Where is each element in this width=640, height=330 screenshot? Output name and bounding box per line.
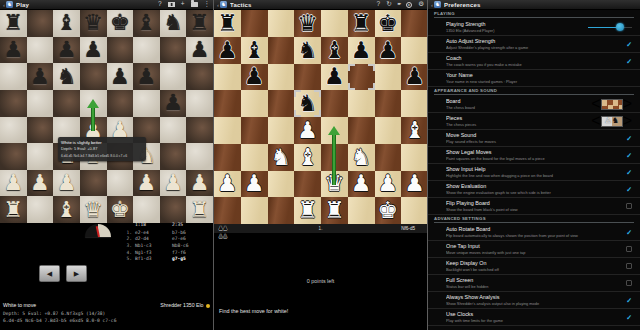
square-a3[interactable] xyxy=(214,144,241,171)
square-f2[interactable]: ♟ xyxy=(133,170,160,197)
play-circle-icon[interactable]: ▸ xyxy=(406,2,412,8)
square-g8[interactable]: ♞ xyxy=(160,10,187,37)
square-b1[interactable] xyxy=(241,197,268,224)
checkbox-unchecked-icon[interactable] xyxy=(626,263,632,269)
square-f8[interactable]: ♝ xyxy=(133,10,160,37)
square-e5[interactable] xyxy=(321,90,348,117)
pref-title: Playing Strength xyxy=(446,21,584,28)
black-king-e8[interactable]: ♚ xyxy=(110,12,130,34)
pref-subtitle: 1350 Elo (Advanced Player) xyxy=(446,28,584,33)
play-screen: ‹ ♞ Play ?+⋮ ♜♝♛♚♝♞♜♟♟♟♟♟♞♟♟♟♟♟♞♝♞♟♟♟♟♟♟… xyxy=(0,0,213,330)
captured-black-pawns: ♟♟ xyxy=(218,225,227,231)
square-g4[interactable] xyxy=(375,117,402,144)
play-toolbar-icons: ?+⋮ xyxy=(152,1,210,8)
black-bishop-b7[interactable]: ♝ xyxy=(244,39,265,62)
square-a4[interactable] xyxy=(0,117,27,144)
square-b3[interactable] xyxy=(241,144,268,171)
checkbox-checked-icon[interactable]: ✓ xyxy=(626,58,632,65)
move-list: 1.e2-e4b7-b62.d2-d4e7-e63.Nb1-c3Nb8-c64.… xyxy=(119,230,211,263)
square-e6[interactable]: ♟ xyxy=(107,63,134,90)
square-b4[interactable] xyxy=(241,117,268,144)
black-bishop-c8[interactable]: ♝ xyxy=(57,12,77,34)
square-a4[interactable] xyxy=(214,117,241,144)
square-c2[interactable]: ♟ xyxy=(53,170,80,197)
black-pawn-b6[interactable]: ♟ xyxy=(244,65,265,88)
tactics-screen: ‹ ♞ Tactics ?↻▸▸▸⚙ ♜♛♜♚♟♝♞♝♟♟♟♟♟♞♟♝♞♝♞♟♟… xyxy=(213,0,427,330)
pref-title: Auto Rotate Board xyxy=(446,226,622,233)
white-knight-f3[interactable]: ♞ xyxy=(351,146,372,169)
square-e8[interactable]: ♚ xyxy=(107,10,134,37)
white-rook-a1[interactable]: ♜ xyxy=(3,199,23,221)
black-pawn-e6[interactable]: ♟ xyxy=(324,65,345,88)
white-rook-d1[interactable]: ♜ xyxy=(297,199,318,222)
checkbox-checked-icon[interactable]: ✓ xyxy=(626,297,632,304)
picker-right-chevron[interactable]: > xyxy=(623,95,632,113)
settings-gear-icon[interactable]: ⚙ xyxy=(418,1,424,8)
preferences-screen: ‹ ♞ Preferences PLAYINGPlaying Strength1… xyxy=(427,0,640,330)
pref-keep-display-on[interactable]: Keep Display OnBacklight won't be switch… xyxy=(428,258,640,275)
pref-auto-adjust-strength[interactable]: Auto Adjust StrengthAdjust Shredder's pl… xyxy=(428,36,640,53)
white-pawn-c2[interactable]: ♟ xyxy=(57,172,77,194)
square-h6[interactable] xyxy=(186,63,213,90)
square-d8[interactable]: ♛ xyxy=(294,10,321,37)
white-pawn-a2[interactable]: ♟ xyxy=(3,172,23,194)
checkbox-unchecked-icon[interactable] xyxy=(626,203,632,209)
white-pawn-g2[interactable]: ♟ xyxy=(163,172,183,194)
square-a3[interactable] xyxy=(0,143,27,170)
app-logo-icon: ♞ xyxy=(434,1,441,8)
play-topbar: ‹ ♞ Play ?+⋮ xyxy=(0,0,213,10)
square-b5[interactable] xyxy=(27,90,54,117)
pref-title: Show Input Help xyxy=(446,166,622,173)
square-h4[interactable]: ♝ xyxy=(401,117,427,144)
square-b5[interactable] xyxy=(241,90,268,117)
square-g5[interactable]: ♟ xyxy=(160,90,187,117)
help-icon[interactable]: ? xyxy=(158,1,162,8)
pref-subtitle: Show the board from black's point of vie… xyxy=(446,207,622,212)
last-move-label: Nf6-d5 xyxy=(401,226,415,231)
board-theme-preview[interactable] xyxy=(601,99,623,110)
hint-arrow-d4-d5 xyxy=(86,99,100,131)
tactics-chessboard[interactable]: ♜♛♜♚♟♝♞♝♟♟♟♟♟♞♟♝♞♝♞♟♟♛♟♟♟♜♜♚ xyxy=(214,10,427,224)
square-h1[interactable] xyxy=(401,197,427,224)
square-d1[interactable]: ♜ xyxy=(294,197,321,224)
square-g6[interactable] xyxy=(160,63,187,90)
square-a1[interactable]: ♜ xyxy=(0,196,27,223)
square-b7[interactable]: ♝ xyxy=(241,37,268,64)
square-g1[interactable]: ♚ xyxy=(375,197,402,224)
black-bishop-e7[interactable]: ♝ xyxy=(324,39,345,62)
square-a5[interactable] xyxy=(0,90,27,117)
square-a8[interactable]: ♜ xyxy=(214,10,241,37)
pref-subtitle: Paint squares on the board for the legal… xyxy=(446,156,622,161)
tooltip-evaluation-text: White is slightly better xyxy=(61,139,143,146)
white-pawn-b2[interactable]: ♟ xyxy=(30,172,50,194)
white-bishop-h4[interactable]: ♝ xyxy=(404,119,425,142)
black-clock: 2:35 xyxy=(172,222,206,229)
puzzle-prompt: Find the best move for white! xyxy=(219,308,288,314)
pref-subtitle: The chess pieces xyxy=(446,122,587,127)
square-d8[interactable]: ♛ xyxy=(80,10,107,37)
pref-show-legal-moves[interactable]: Show Legal MovesPaint squares on the boa… xyxy=(428,147,640,164)
help-icon[interactable]: ? xyxy=(377,1,381,8)
pref-full-screen[interactable]: Full ScreenStatus bar will be hidden xyxy=(428,275,640,292)
pref-board[interactable]: BoardThe chess board<> xyxy=(428,96,640,113)
square-e6[interactable]: ♟ xyxy=(321,64,348,91)
black-queen-d8[interactable]: ♛ xyxy=(297,12,318,35)
slider-knob[interactable] xyxy=(616,23,624,31)
square-h3[interactable] xyxy=(401,144,427,171)
pref-auto-rotate-board[interactable]: Auto Rotate BoardFlip board automaticall… xyxy=(428,224,640,241)
checkbox-checked-icon[interactable]: ✓ xyxy=(626,152,632,159)
pref-title: Your Name xyxy=(446,72,628,79)
square-d7[interactable]: ♞ xyxy=(294,37,321,64)
square-a8[interactable]: ♜ xyxy=(0,10,27,37)
black-pawn-c7[interactable]: ♟ xyxy=(57,39,77,61)
checkbox-checked-icon[interactable]: ✓ xyxy=(626,135,632,142)
engine-strength-label: Shredder 1350 Elo xyxy=(160,302,203,310)
hint-arrow-e2-e4 xyxy=(327,126,341,185)
white-pawn-d4[interactable]: ♟ xyxy=(297,119,318,142)
tactics-move-strip: 1. Nf6-d5 xyxy=(214,224,427,233)
black-queen-d8[interactable]: ♛ xyxy=(83,12,103,34)
move-row-2.[interactable]: 2.d2-d4e7-e6 xyxy=(119,236,211,243)
move-row-3.[interactable]: 3.Nb1-c3Nb8-c6 xyxy=(119,243,211,250)
square-a7[interactable]: ♟ xyxy=(214,37,241,64)
square-c2[interactable] xyxy=(268,171,295,198)
pref-subtitle: Backlight won't be switched off xyxy=(446,267,622,272)
black-pawn-a7[interactable]: ♟ xyxy=(217,39,238,62)
fast-forward-icon[interactable]: ▸▸ xyxy=(398,2,401,7)
square-c8[interactable]: ♝ xyxy=(53,10,80,37)
square-f7[interactable]: ♟ xyxy=(348,37,375,64)
square-f1[interactable] xyxy=(348,197,375,224)
square-d4[interactable]: ♟ xyxy=(294,117,321,144)
play-chessboard[interactable]: ♜♝♛♚♝♞♜♟♟♟♟♟♞♟♟♟♟♟♞♝♞♟♟♟♟♟♟♜♝♛♚♜ xyxy=(0,10,213,223)
square-b6[interactable]: ♟ xyxy=(241,64,268,91)
white-knight-c3[interactable]: ♞ xyxy=(271,146,292,169)
square-g5[interactable] xyxy=(375,90,402,117)
square-h3[interactable] xyxy=(186,143,213,170)
move-number: 1. xyxy=(319,226,323,231)
white-bishop-c1[interactable]: ♝ xyxy=(57,199,77,221)
square-d2[interactable] xyxy=(80,170,107,197)
square-b8[interactable] xyxy=(27,10,54,37)
square-c1[interactable]: ♝ xyxy=(53,196,80,223)
pref-flip-playing-board[interactable]: Flip Playing BoardShow the board from bl… xyxy=(428,198,640,215)
next-move-button[interactable]: ▶ xyxy=(66,265,87,282)
analysis-line: Depth: 5 Eval: +0.87 6.Nf3xg5 (14/38) xyxy=(3,310,210,317)
square-c5[interactable] xyxy=(268,90,295,117)
square-a1[interactable] xyxy=(214,197,241,224)
square-f6[interactable]: ♟ xyxy=(133,63,160,90)
white-pawn-f2[interactable]: ♟ xyxy=(351,172,372,195)
square-f7[interactable] xyxy=(133,37,160,64)
square-a2[interactable]: ♟ xyxy=(0,170,27,197)
checkbox-unchecked-icon[interactable] xyxy=(626,280,632,286)
black-rook-a8[interactable]: ♜ xyxy=(3,12,23,34)
square-h4[interactable] xyxy=(186,117,213,144)
square-e7[interactable] xyxy=(107,37,134,64)
square-d3[interactable]: ♝ xyxy=(294,144,321,171)
square-c1[interactable] xyxy=(268,197,295,224)
black-pawn-b6[interactable]: ♟ xyxy=(30,66,50,88)
pref-title: Board xyxy=(446,98,587,105)
square-d6[interactable] xyxy=(294,64,321,91)
turn-indicator: White to move xyxy=(3,302,36,310)
square-c7[interactable]: ♟ xyxy=(53,37,80,64)
square-g3[interactable] xyxy=(160,143,187,170)
section-header: PLAYING xyxy=(428,10,640,19)
back-chevron-icon[interactable]: ‹ xyxy=(3,2,5,8)
square-h7[interactable] xyxy=(401,37,427,64)
clock-and-movelist: 1:18 2:35 1.e2-e4b7-b62.d2-d4e7-e63.Nb1-… xyxy=(119,222,211,263)
square-g1[interactable] xyxy=(160,196,187,223)
pref-title: Always Show Analysis xyxy=(446,294,622,301)
white-queen-d1[interactable]: ♛ xyxy=(83,199,103,221)
square-d2[interactable] xyxy=(294,171,321,198)
pref-title: Show Legal Moves xyxy=(446,149,622,156)
square-c4[interactable] xyxy=(268,117,295,144)
move-row-4.[interactable]: 4.Ng1-f3f7-f6 xyxy=(119,250,211,257)
highlight-square-f6 xyxy=(348,64,375,91)
black-knight-c6[interactable]: ♞ xyxy=(57,66,77,88)
clock-row: 1:18 2:35 xyxy=(119,222,211,229)
square-h6[interactable]: ♟ xyxy=(401,64,427,91)
pieces-theme-preview[interactable]: ♙♞ xyxy=(601,116,623,127)
checkbox-checked-icon[interactable]: ✓ xyxy=(626,229,632,236)
square-b2[interactable]: ♟ xyxy=(27,170,54,197)
pref-subtitle: Adjust Shredder's playing strength after… xyxy=(446,45,622,50)
pref-title: Coach xyxy=(446,55,622,62)
analysis-tooltip: White is slightly better Depth: 5 Eval: … xyxy=(58,137,146,161)
restart-icon[interactable]: ↻ xyxy=(386,1,391,8)
preferences-topbar: ‹ ♞ Preferences xyxy=(428,0,640,10)
pref-subtitle: Highlight the line and row when dragging… xyxy=(446,173,622,178)
square-f8[interactable]: ♜ xyxy=(348,10,375,37)
square-e2[interactable] xyxy=(107,170,134,197)
black-pawn-a7[interactable]: ♟ xyxy=(3,39,23,61)
black-rook-a8[interactable]: ♜ xyxy=(217,12,238,35)
square-d1[interactable]: ♛ xyxy=(80,196,107,223)
pref-title: Pieces xyxy=(446,115,587,122)
pref-subtitle: Your name in new started games : Player xyxy=(446,79,628,84)
square-a6[interactable] xyxy=(214,64,241,91)
black-rook-h8[interactable]: ♜ xyxy=(190,12,210,34)
pref-title: Move Sound xyxy=(446,132,622,139)
points-left-label: 0 points left xyxy=(214,278,427,284)
square-g2[interactable]: ♟ xyxy=(160,170,187,197)
square-g7[interactable]: ♟ xyxy=(375,37,402,64)
section-header: ADVANCED SETTINGS xyxy=(428,215,640,224)
pref-move-sound[interactable]: Move SoundPlay sound effects for moves✓ xyxy=(428,130,640,147)
checkbox-unchecked-icon[interactable] xyxy=(626,246,632,252)
pref-show-evaluation[interactable]: Show EvaluationShow the engine evaluatio… xyxy=(428,181,640,198)
black-pawn-g7[interactable]: ♟ xyxy=(378,39,399,62)
square-f3[interactable]: ♞ xyxy=(348,144,375,171)
square-h7[interactable]: ♟ xyxy=(186,37,213,64)
pref-always-show-analysis[interactable]: Always Show AnalysisShow Shredder's anal… xyxy=(428,292,640,309)
white-bishop-d3[interactable]: ♝ xyxy=(297,146,318,169)
square-b7[interactable] xyxy=(27,37,54,64)
pref-subtitle: Flip board automatically to always shown… xyxy=(446,233,622,238)
pref-title: Use Clocks xyxy=(446,311,622,318)
white-clock: 1:18 xyxy=(135,222,169,229)
board-icon[interactable] xyxy=(168,2,175,7)
square-g2[interactable]: ♟ xyxy=(375,171,402,198)
pref-use-clocks[interactable]: Use ClocksPlay with time limits for the … xyxy=(428,309,640,326)
black-pawn-f6[interactable]: ♟ xyxy=(137,66,157,88)
black-knight-d7[interactable]: ♞ xyxy=(297,39,318,62)
pref-subtitle: Play sound effects for moves xyxy=(446,139,622,144)
black-pawn-d7[interactable]: ♟ xyxy=(83,39,103,61)
overflow-menu-icon[interactable]: ⋮ xyxy=(204,1,211,8)
white-pawn-h2[interactable]: ♟ xyxy=(404,172,425,195)
folder-icon[interactable] xyxy=(191,2,198,8)
square-c6[interactable]: ♞ xyxy=(53,63,80,90)
pref-title: Auto Adjust Strength xyxy=(446,38,622,45)
square-g8[interactable]: ♚ xyxy=(375,10,402,37)
tactics-title: Tactics xyxy=(230,2,371,8)
preferences-list: PLAYINGPlaying Strength1350 Elo (Advance… xyxy=(428,10,640,330)
pref-show-input-help[interactable]: Show Input HelpHighlight the line and ro… xyxy=(428,164,640,181)
white-pawn-a2[interactable]: ♟ xyxy=(217,172,238,195)
pref-subtitle: Play with time limits for the game xyxy=(446,318,622,323)
black-rook-f8[interactable]: ♜ xyxy=(351,12,372,35)
app-logo-icon: ♞ xyxy=(6,1,13,8)
pref-subtitle: Move unique moves instantly with just on… xyxy=(446,250,622,255)
square-b8[interactable] xyxy=(241,10,268,37)
square-e7[interactable]: ♝ xyxy=(321,37,348,64)
pref-your-name[interactable]: Your NameYour name in new started games … xyxy=(428,70,640,87)
tactics-topbar: ‹ ♞ Tactics ?↻▸▸▸⚙ xyxy=(214,0,427,10)
pref-title: Show Evaluation xyxy=(446,183,622,190)
square-e5[interactable] xyxy=(107,90,134,117)
pref-subtitle: The chess board xyxy=(446,105,587,110)
pref-pieces[interactable]: PiecesThe chess pieces<♙♞> xyxy=(428,113,640,130)
square-f5[interactable] xyxy=(133,90,160,117)
square-f2[interactable]: ♟ xyxy=(348,171,375,198)
square-h2[interactable]: ♟ xyxy=(186,170,213,197)
strength-slider[interactable] xyxy=(588,22,632,32)
square-e1[interactable]: ♜ xyxy=(321,197,348,224)
picker-left-chevron[interactable]: < xyxy=(591,95,600,113)
square-g4[interactable] xyxy=(160,117,187,144)
evaluation-gauge xyxy=(85,224,111,237)
pref-title: Full Screen xyxy=(446,277,622,284)
pref-title: One Tap Input xyxy=(446,243,622,250)
square-a2[interactable]: ♟ xyxy=(214,171,241,198)
square-h1[interactable]: ♜ xyxy=(186,196,213,223)
previous-move-button[interactable]: ◀ xyxy=(39,265,60,282)
checkbox-checked-icon[interactable]: ✓ xyxy=(626,186,632,193)
black-bishop-f8[interactable]: ♝ xyxy=(137,12,157,34)
square-c7[interactable] xyxy=(268,37,295,64)
pref-coach[interactable]: CoachThe coach warns you if you make a m… xyxy=(428,53,640,70)
move-row-1.[interactable]: 1.e2-e4b7-b6 xyxy=(119,230,211,237)
square-e8[interactable] xyxy=(321,10,348,37)
highlight-square-d5 xyxy=(294,90,321,117)
black-pawn-g5[interactable]: ♟ xyxy=(163,92,183,114)
square-e1[interactable]: ♚ xyxy=(107,196,134,223)
pref-one-tap-input[interactable]: One Tap InputMove unique moves instantly… xyxy=(428,241,640,258)
checkbox-checked-icon[interactable]: ✓ xyxy=(626,314,632,321)
square-a7[interactable]: ♟ xyxy=(0,37,27,64)
white-king-g1[interactable]: ♚ xyxy=(378,199,399,222)
square-h5[interactable] xyxy=(186,90,213,117)
black-pawn-h6[interactable]: ♟ xyxy=(404,65,425,88)
shredder-chess-screens: ‹ ♞ Play ?+⋮ ♜♝♛♚♝♞♜♟♟♟♟♟♞♟♟♟♟♟♞♝♞♟♟♟♟♟♟… xyxy=(0,0,640,330)
checkbox-checked-icon[interactable]: ✓ xyxy=(626,41,632,48)
square-b6[interactable]: ♟ xyxy=(27,63,54,90)
square-g3[interactable] xyxy=(375,144,402,171)
square-h8[interactable] xyxy=(401,10,427,37)
square-d6[interactable] xyxy=(80,63,107,90)
square-h5[interactable] xyxy=(401,90,427,117)
square-c5[interactable] xyxy=(53,90,80,117)
square-h2[interactable]: ♟ xyxy=(401,171,427,198)
tooltip-depth-eval: Depth: 5 Eval: +0.87 xyxy=(61,146,143,153)
preferences-title: Preferences xyxy=(444,2,637,8)
white-rook-e1[interactable]: ♜ xyxy=(324,199,345,222)
checkbox-checked-icon[interactable]: ✓ xyxy=(626,169,632,176)
square-c8[interactable] xyxy=(268,10,295,37)
square-b4[interactable] xyxy=(27,117,54,144)
square-c6[interactable] xyxy=(268,64,295,91)
square-f1[interactable] xyxy=(133,196,160,223)
square-b2[interactable]: ♟ xyxy=(241,171,268,198)
gauge-needle xyxy=(96,226,100,237)
white-pawn-b2[interactable]: ♟ xyxy=(244,172,265,195)
white-king-e1[interactable]: ♚ xyxy=(110,199,130,221)
square-c3[interactable]: ♞ xyxy=(268,144,295,171)
pref-title: Keep Display On xyxy=(446,260,622,267)
square-a5[interactable] xyxy=(214,90,241,117)
square-d7[interactable]: ♟ xyxy=(80,37,107,64)
square-a6[interactable] xyxy=(0,63,27,90)
white-pawn-h2[interactable]: ♟ xyxy=(190,172,210,194)
new-game-icon[interactable]: + xyxy=(181,1,185,8)
picker-left-chevron[interactable]: < xyxy=(591,112,600,130)
white-pawn-f2[interactable]: ♟ xyxy=(137,172,157,194)
white-rook-h1[interactable]: ♜ xyxy=(190,199,210,221)
back-chevron-icon[interactable]: ‹ xyxy=(431,2,433,8)
back-chevron-icon[interactable]: ‹ xyxy=(217,2,219,8)
pref-subtitle: Status bar will be hidden xyxy=(446,284,622,289)
black-knight-g8[interactable]: ♞ xyxy=(163,12,183,34)
square-b3[interactable] xyxy=(27,143,54,170)
square-f4[interactable] xyxy=(348,117,375,144)
tooltip-pv-line: 6.d4-d5 Nc6-b4 7.Bd3-b5 e6xd5 8.0-0 c7-c… xyxy=(61,153,143,159)
black-pawn-e6[interactable]: ♟ xyxy=(110,66,130,88)
pref-subtitle: The coach warns you if you make a mistak… xyxy=(446,62,622,67)
square-f5[interactable] xyxy=(348,90,375,117)
pref-subtitle: Show the engine evaluation graph to see … xyxy=(446,190,622,195)
pref-playing-strength[interactable]: Playing Strength1350 Elo (Advanced Playe… xyxy=(428,19,640,36)
black-pawn-f7[interactable]: ♟ xyxy=(351,39,372,62)
pref-subtitle: Show Shredder's analysis output also in … xyxy=(446,301,622,306)
picker-right-chevron[interactable]: > xyxy=(623,112,632,130)
square-h8[interactable]: ♜ xyxy=(186,10,213,37)
white-pawn-g2[interactable]: ♟ xyxy=(378,172,399,195)
square-g6[interactable] xyxy=(375,64,402,91)
black-king-g8[interactable]: ♚ xyxy=(378,12,399,35)
square-b1[interactable] xyxy=(27,196,54,223)
move-row-5.[interactable]: 5.Bf1-d3g7-g5 xyxy=(119,256,211,263)
black-pawn-h7[interactable]: ♟ xyxy=(190,39,210,61)
square-g7[interactable] xyxy=(160,37,187,64)
engine-mood-icon xyxy=(206,304,211,309)
